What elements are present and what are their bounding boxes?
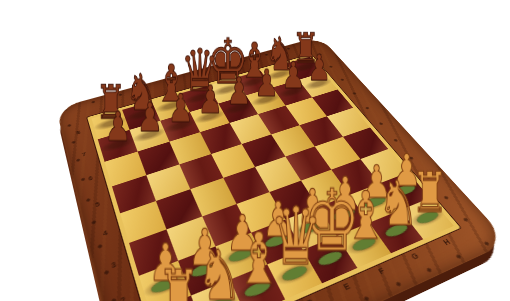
piece-white-rook: ♜ xyxy=(140,263,217,301)
chess-set-photo: ABCDEFGH12345678 ♜♞♝♛♚♝♞♜♟♟♟♟♟♟♟♟♟♟♟♟♟♟♟… xyxy=(0,0,510,301)
piece-black-pawn: ♟ xyxy=(89,107,146,145)
chess-board: ABCDEFGH12345678 ♜♞♝♛♚♝♞♜♟♟♟♟♟♟♟♟♟♟♟♟♟♟♟… xyxy=(56,36,509,301)
